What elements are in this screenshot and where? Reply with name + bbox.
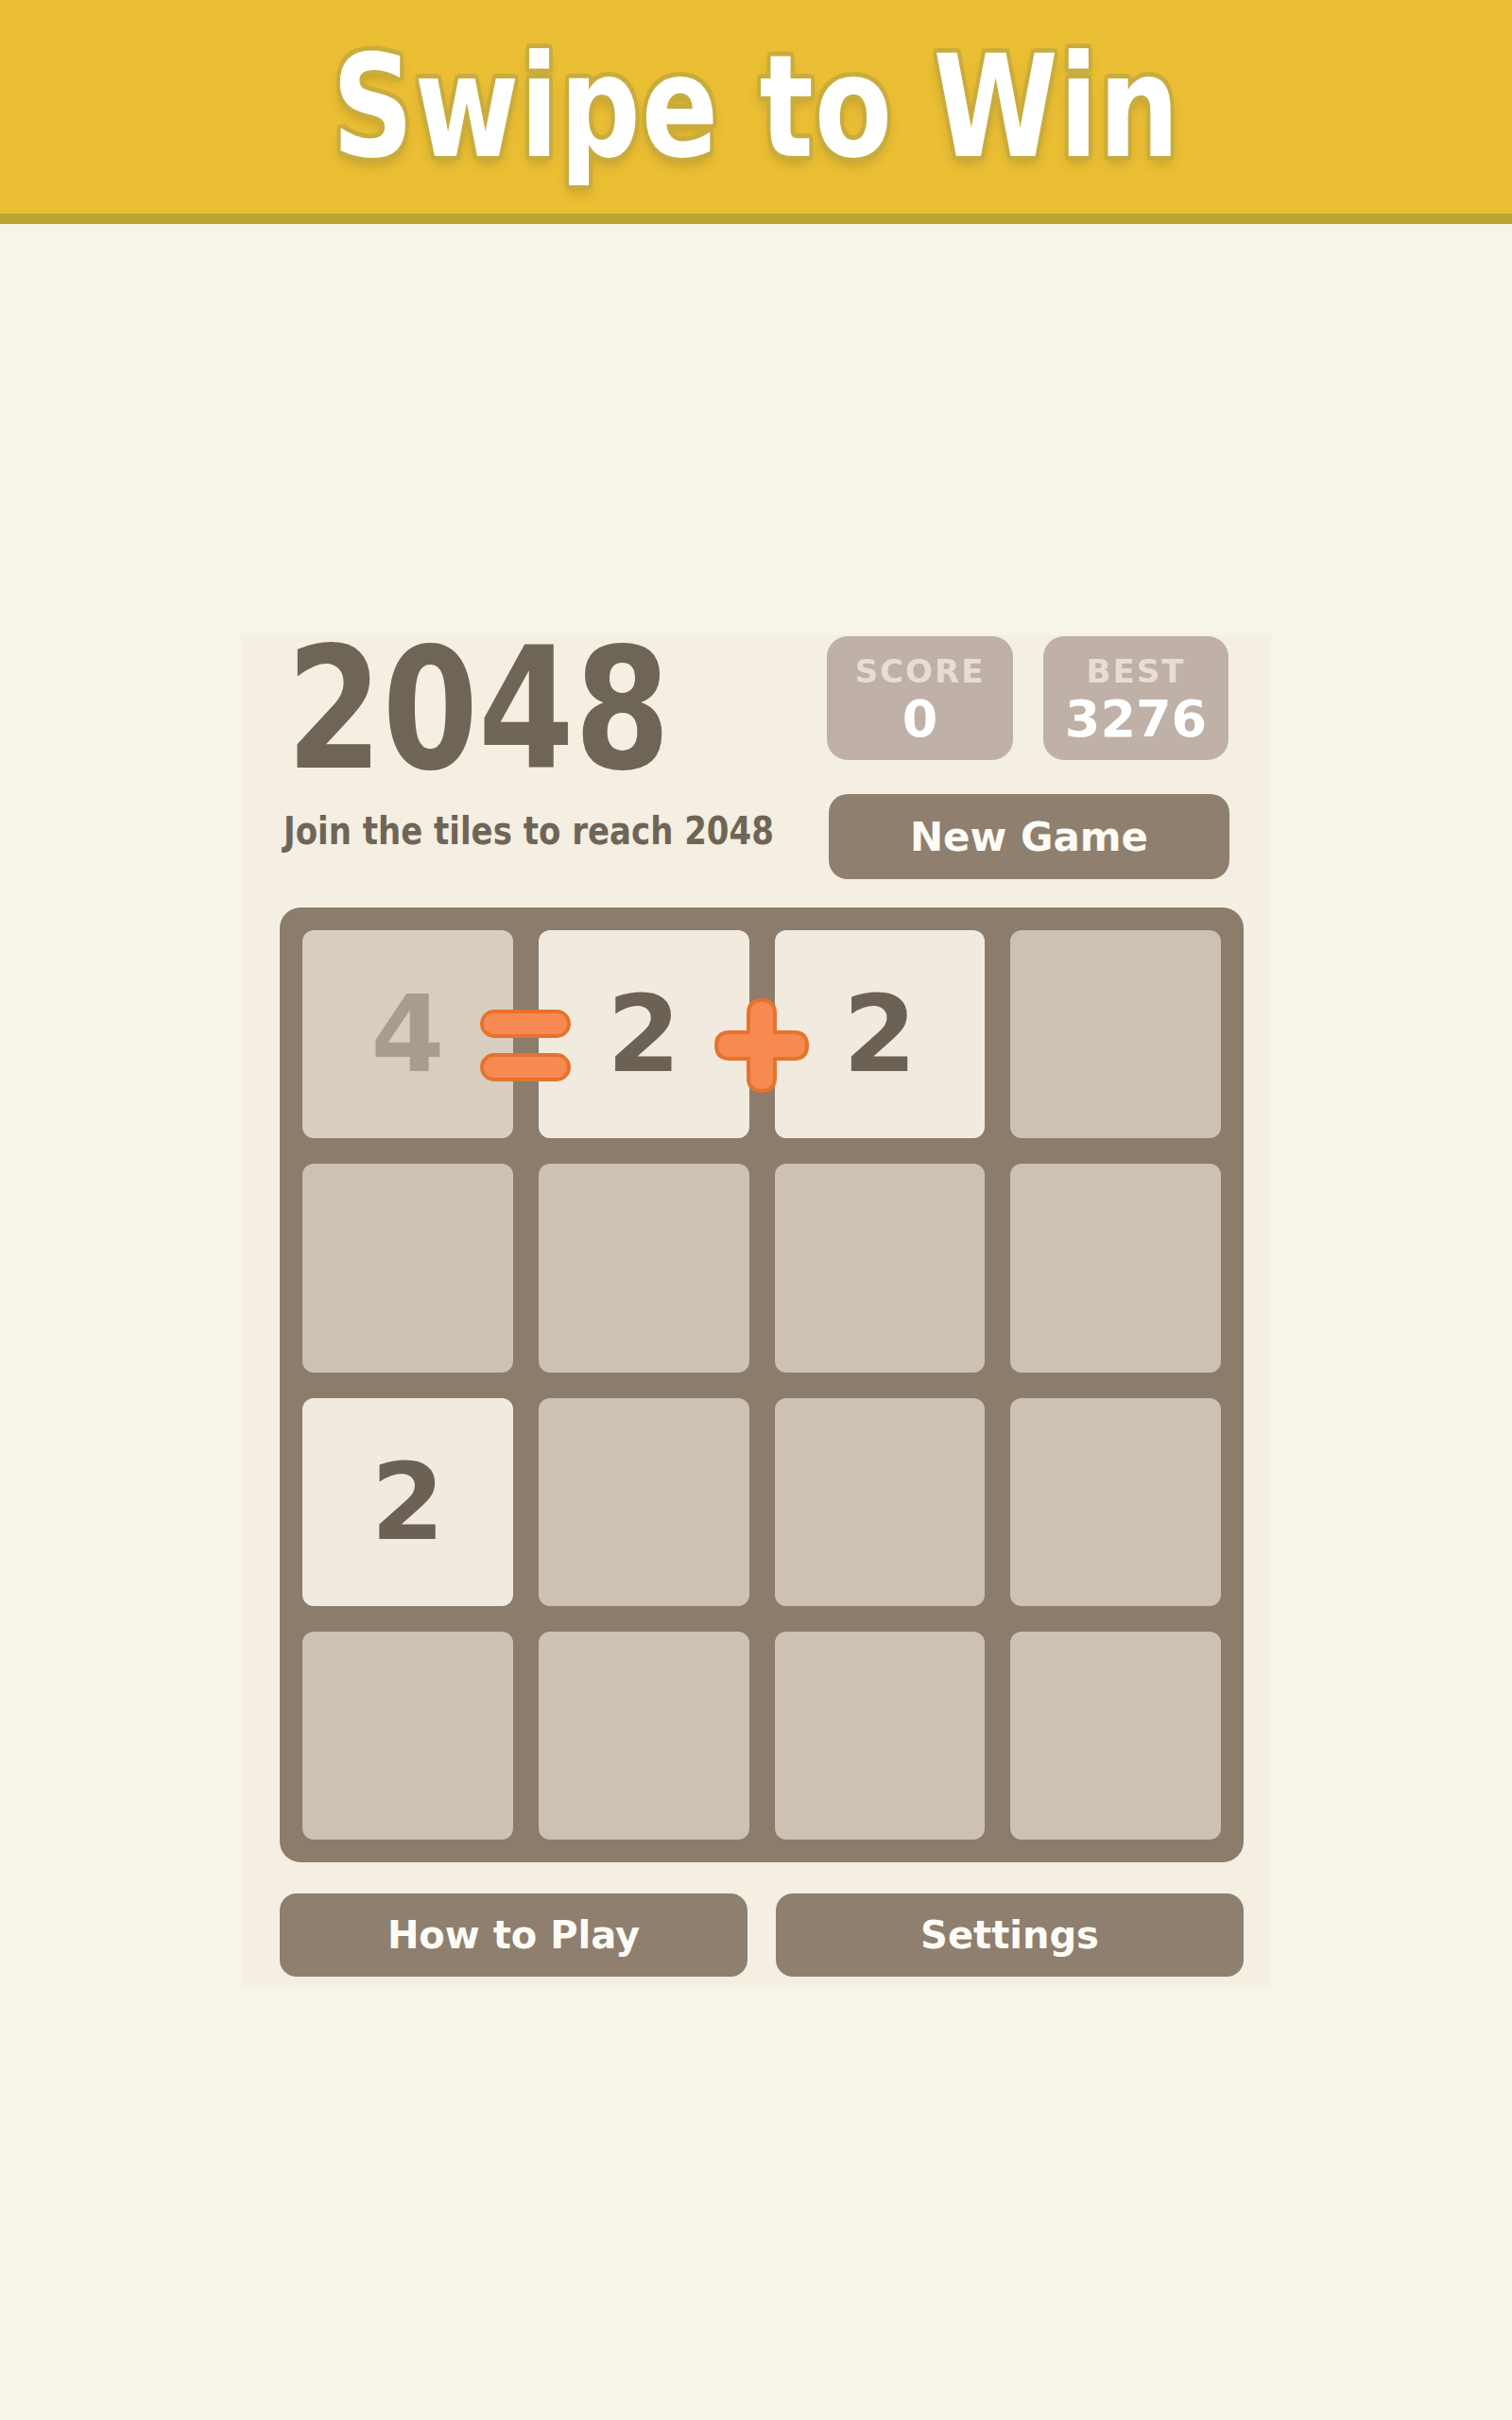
empty-cell-r3c2 bbox=[775, 1632, 986, 1840]
empty-cell-r1c1 bbox=[539, 1164, 749, 1372]
board-grid: 4222 bbox=[302, 930, 1221, 1840]
tile-2-r0c2: 2 bbox=[775, 930, 986, 1138]
empty-cell-r2c1 bbox=[539, 1398, 749, 1606]
ad-banner[interactable]: Swipe to Win bbox=[0, 0, 1512, 224]
score-box: SCORE 0 bbox=[827, 636, 1013, 760]
empty-cell-r2c2 bbox=[775, 1398, 986, 1606]
empty-cell-r2c3 bbox=[1010, 1398, 1221, 1606]
empty-cell-r1c2 bbox=[775, 1164, 986, 1372]
score-label: SCORE bbox=[855, 652, 986, 690]
score-value: 0 bbox=[902, 694, 938, 745]
best-label: BEST bbox=[1087, 652, 1186, 690]
game-board[interactable]: 4222 bbox=[280, 907, 1244, 1862]
empty-cell-r0c3 bbox=[1010, 930, 1221, 1138]
banner-title: Swipe to Win bbox=[332, 25, 1180, 189]
game-subtitle: Join the tiles to reach 2048 bbox=[283, 809, 860, 853]
settings-button[interactable]: Settings bbox=[776, 1893, 1244, 1977]
best-value: 3276 bbox=[1065, 694, 1207, 745]
app-screen: Swipe to Win 2048 Join the tiles to reac… bbox=[0, 0, 1512, 2420]
tile-4-r0c0: 4 bbox=[302, 930, 513, 1138]
empty-cell-r3c1 bbox=[539, 1632, 749, 1840]
best-box: BEST 3276 bbox=[1043, 636, 1228, 760]
empty-cell-r3c3 bbox=[1010, 1632, 1221, 1840]
tile-2-r0c1: 2 bbox=[539, 930, 749, 1138]
new-game-button[interactable]: New Game bbox=[829, 794, 1229, 879]
tile-2-r2c0: 2 bbox=[302, 1398, 513, 1606]
how-to-play-button[interactable]: How to Play bbox=[280, 1893, 747, 1977]
banner-stripe bbox=[0, 214, 1512, 224]
empty-cell-r1c0 bbox=[302, 1164, 513, 1372]
empty-cell-r3c0 bbox=[302, 1632, 513, 1840]
game-title: 2048 bbox=[286, 626, 754, 794]
empty-cell-r1c3 bbox=[1010, 1164, 1221, 1372]
game-card: 2048 Join the tiles to reach 2048 SCORE … bbox=[241, 635, 1271, 1985]
